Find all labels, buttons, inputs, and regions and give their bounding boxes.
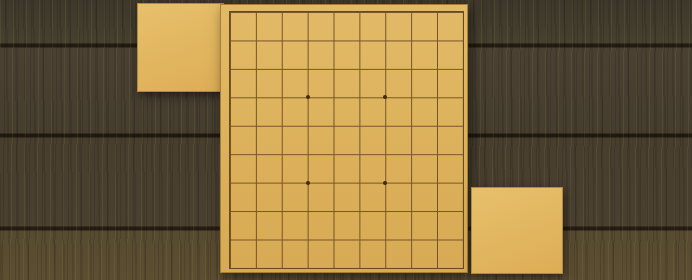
hoshi-dot	[306, 181, 310, 185]
table-surface	[0, 0, 692, 280]
shogi-board	[220, 4, 468, 273]
gote-komadai-captured-tray	[137, 3, 224, 92]
hoshi-dot	[306, 95, 310, 99]
sente-komadai-captured-tray	[471, 187, 563, 274]
hoshi-dot	[383, 181, 387, 185]
hoshi-dot	[383, 95, 387, 99]
board-grid	[229, 11, 464, 269]
